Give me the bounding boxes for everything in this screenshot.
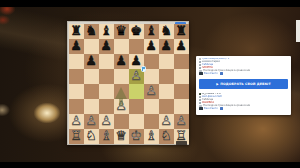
square-d8[interactable]: ♛ [114,24,129,39]
square-c8[interactable]: ♝ [99,24,114,39]
black-pawn-b6: ♟ [84,54,99,69]
white-pawn-c2: ♙ [99,114,114,129]
square-e7[interactable] [129,39,144,54]
square-a2[interactable]: ♙ [69,114,84,129]
black-queen-d8: ♛ [114,24,129,39]
square-c3[interactable] [99,99,114,114]
chess-board[interactable]: ♜♞♝♛♚♝♞♜♟♟♟♟♟♟♟♟♙♙♙♙♙♙♙♙♖♘♗♕♔♗♘♖ [69,24,189,144]
square-f5[interactable] [144,69,159,84]
square-e2[interactable] [129,114,144,129]
square-h2[interactable]: ♙ [174,114,189,129]
black-pawn-c7: ♟ [99,39,114,54]
black-pawn-g7: ♟ [159,39,174,54]
square-g2[interactable]: ♙ [159,114,174,129]
sidebar-panel: трансляция(3000) - 1комментариитаблицаЗА… [196,56,291,115]
square-g6[interactable] [159,54,174,69]
square-a4[interactable] [69,84,84,99]
white-knight-g1: ♘ [159,129,174,144]
badge-icon [199,72,203,75]
white-pawn-e5: ♙ [129,69,144,84]
square-a1[interactable]: ♖ [69,129,84,144]
white-pawn-h2: ♙ [174,114,189,129]
square-a3[interactable] [69,99,84,114]
square-d2[interactable] [114,114,129,129]
panel-line[interactable]: Вконтакте [199,72,290,75]
square-f6[interactable] [144,54,159,69]
square-f3[interactable] [144,99,159,114]
square-g8[interactable]: ♞ [159,24,174,39]
white-pawn-b2: ♙ [84,114,99,129]
square-h4[interactable] [174,84,189,99]
square-a6[interactable] [69,54,84,69]
square-b8[interactable]: ♞ [84,24,99,39]
board-watermark [176,141,187,145]
vk-icon[interactable] [220,107,223,110]
square-d3[interactable]: ♙ [114,99,129,114]
dot-icon [199,67,201,69]
square-e5[interactable]: ♙ [129,69,144,84]
square-d5[interactable] [114,69,129,84]
square-e6[interactable]: ♟ [129,54,144,69]
link-list-top: трансляция(3000) - 1комментариитаблицаЗА… [199,58,290,76]
panel-line[interactable]: Вконтакте [199,107,290,110]
square-g5[interactable] [159,69,174,84]
white-bishop-c1: ♗ [99,129,114,144]
black-knight-b8: ♞ [84,24,99,39]
black-bishop-f8: ♝ [144,24,159,39]
square-h5[interactable] [174,69,189,84]
cta-button[interactable]: ▶ ПОДОБРАТЬ СВОЙ ДЕБЮТ [199,79,288,89]
square-d1[interactable]: ♕ [114,129,129,144]
white-rook-a1: ♖ [69,129,84,144]
window-edge-sliver [296,20,300,42]
vk-icon[interactable] [220,72,223,75]
square-f7[interactable]: ♟ [144,39,159,54]
square-f1[interactable]: ♗ [144,129,159,144]
chess-board-window: ♜♞♝♛♚♝♞♜♟♟♟♟♟♟♟♟♙♙♙♙♙♙♙♙♖♘♗♕♔♗♘♖ [67,21,189,145]
black-pawn-a7: ♟ [69,39,84,54]
panel-line-label: Вконтакте [204,72,218,75]
square-g1[interactable]: ♘ [159,129,174,144]
white-queen-d1: ♕ [114,129,129,144]
square-e8[interactable]: ♚ [129,24,144,39]
white-knight-b1: ♘ [84,129,99,144]
video-frame: ♜♞♝♛♚♝♞♜♟♟♟♟♟♟♟♟♙♙♙♙♙♙♙♙♖♘♗♕♔♗♘♖ трансля… [0,0,300,168]
square-f2[interactable] [144,114,159,129]
white-bishop-f1: ♗ [144,129,159,144]
white-pawn-d3: ♙ [114,99,129,114]
square-b1[interactable]: ♘ [84,129,99,144]
panel-line-label: Вконтакте [204,107,218,110]
black-rook-a8: ♜ [69,24,84,39]
square-h8[interactable]: ♜ [174,24,189,39]
square-c4[interactable] [99,84,114,99]
square-c6[interactable] [99,54,114,69]
square-e3[interactable] [129,99,144,114]
play-icon: ▶ [216,82,218,86]
dot-icon [199,99,201,101]
square-f8[interactable]: ♝ [144,24,159,39]
square-e4[interactable] [129,84,144,99]
black-pawn-d6: ♟ [114,54,129,69]
square-c5[interactable] [99,69,114,84]
white-pawn-a2: ♙ [69,114,84,129]
square-e1[interactable]: ♔ [129,129,144,144]
square-b2[interactable]: ♙ [84,114,99,129]
black-pawn-e6: ♟ [129,54,144,69]
square-a5[interactable] [69,69,84,84]
square-d6[interactable]: ♟ [114,54,129,69]
square-c7[interactable]: ♟ [99,39,114,54]
black-king-e8: ♚ [129,24,144,39]
black-knight-g8: ♞ [159,24,174,39]
square-d7[interactable] [114,39,129,54]
black-bishop-c8: ♝ [99,24,114,39]
square-b5[interactable] [84,69,99,84]
white-pawn-f4: ♙ [144,84,159,99]
square-d4[interactable] [114,84,129,99]
square-g4[interactable] [159,84,174,99]
letterbox-bottom [0,162,300,168]
dot-icon [199,102,201,104]
link-list-bottom: M_maslov - 1:0мат-финал 3х0таблицаОШИБКА… [199,93,290,111]
square-g3[interactable] [159,99,174,114]
square-c2[interactable]: ♙ [99,114,114,129]
circle-icon [199,58,201,60]
dot-icon [199,61,201,63]
square-c1[interactable]: ♗ [99,129,114,144]
square-b6[interactable]: ♟ [84,54,99,69]
dot-icon [199,96,201,98]
badge-icon [199,107,203,110]
square-f4[interactable]: ♙ [144,84,159,99]
white-pawn-g2: ♙ [159,114,174,129]
square-h3[interactable] [174,99,189,114]
black-pawn-h7: ♟ [174,39,189,54]
letterbox-top [0,0,300,7]
square-b3[interactable] [84,99,99,114]
cta-label: ПОДОБРАТЬ СВОЙ ДЕБЮТ [220,82,271,86]
black-pawn-f7: ♟ [144,39,159,54]
square-a8[interactable]: ♜ [69,24,84,39]
white-king-e1: ♔ [129,129,144,144]
square-b7[interactable] [84,39,99,54]
square-a7[interactable]: ♟ [69,39,84,54]
black-rook-h8: ♜ [174,24,189,39]
square-g7[interactable]: ♟ [159,39,174,54]
square-h6[interactable] [174,54,189,69]
square-h7[interactable]: ♟ [174,39,189,54]
dot-icon [199,64,201,66]
square-b4[interactable] [84,84,99,99]
